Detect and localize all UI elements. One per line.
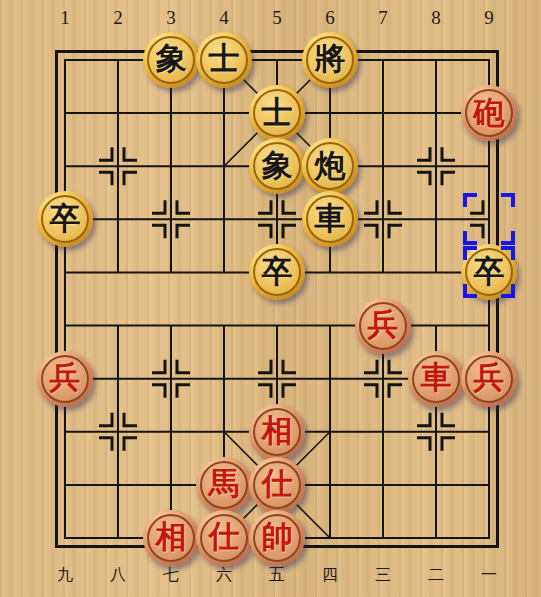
piece-glyph: 仕 — [262, 468, 293, 499]
file-label-top-3: 3 — [145, 7, 198, 29]
black-soldier-piece[interactable]: 卒 — [37, 191, 93, 247]
point-f8-r6[interactable]: 車 — [410, 352, 463, 405]
point-f6-r7[interactable] — [304, 405, 357, 458]
point-f5-r6[interactable] — [251, 352, 304, 405]
point-f3-r2[interactable] — [145, 140, 198, 193]
point-f8-r1[interactable] — [410, 87, 463, 140]
point-f2-r5[interactable] — [92, 299, 145, 352]
file-label-top-2: 2 — [92, 7, 145, 29]
file-label-bottom-1: 九 — [39, 564, 92, 586]
file-label-bottom-5: 五 — [251, 564, 304, 586]
piece-face: 帥 — [253, 514, 301, 562]
file-label-top-9: 9 — [463, 7, 516, 29]
point-f6-r1[interactable] — [304, 87, 357, 140]
point-f6-r0[interactable]: 將 — [304, 33, 357, 86]
black-soldier-piece[interactable]: 卒 — [461, 244, 517, 300]
black-cannon-piece[interactable]: 炮 — [302, 138, 358, 194]
piece-glyph: 士 — [262, 97, 293, 128]
point-f5-r2[interactable]: 象 — [251, 140, 304, 193]
black-general-piece[interactable]: 將 — [302, 32, 358, 88]
red-soldier-piece[interactable]: 兵 — [355, 298, 411, 354]
file-label-bottom-7: 三 — [357, 564, 410, 586]
xiangqi-board: 象士將士砲象炮卒車卒卒兵兵車兵相馬仕相仕帥 — [39, 33, 516, 564]
point-f5-r0[interactable] — [251, 33, 304, 86]
file-label-bottom-2: 八 — [92, 564, 145, 586]
point-f8-r5[interactable] — [410, 299, 463, 352]
point-f7-r9[interactable] — [357, 511, 410, 564]
point-f1-r8[interactable] — [39, 458, 92, 511]
piece-glyph: 砲 — [474, 97, 505, 128]
red-elephant-piece[interactable]: 相 — [143, 510, 199, 566]
piece-glyph: 相 — [156, 521, 187, 552]
point-f5-r4[interactable]: 卒 — [251, 246, 304, 299]
piece-glyph: 馬 — [209, 468, 240, 499]
point-f7-r3[interactable] — [357, 193, 410, 246]
point-f9-r1[interactable]: 砲 — [463, 87, 516, 140]
point-f8-r4[interactable] — [410, 246, 463, 299]
point-f3-r6[interactable] — [145, 352, 198, 405]
point-f8-r0[interactable] — [410, 33, 463, 86]
piece-face: 馬 — [200, 461, 248, 509]
point-f7-r1[interactable] — [357, 87, 410, 140]
black-elephant-piece[interactable]: 象 — [143, 32, 199, 88]
point-f1-r4[interactable] — [39, 246, 92, 299]
point-f2-r6[interactable] — [92, 352, 145, 405]
piece-glyph: 帥 — [262, 521, 293, 552]
point-f1-r0[interactable] — [39, 33, 92, 86]
point-f9-r9[interactable] — [463, 511, 516, 564]
point-f8-r3[interactable] — [410, 193, 463, 246]
file-label-top-7: 7 — [357, 7, 410, 29]
piece-glyph: 兵 — [368, 309, 399, 340]
piece-face: 車 — [306, 195, 354, 243]
point-f1-r5[interactable] — [39, 299, 92, 352]
piece-face: 兵 — [41, 355, 89, 403]
piece-face: 兵 — [359, 302, 407, 350]
piece-glyph: 士 — [209, 43, 240, 74]
point-f3-r8[interactable] — [145, 458, 198, 511]
piece-face: 卒 — [41, 195, 89, 243]
piece-face: 象 — [147, 36, 195, 84]
piece-glyph: 相 — [262, 415, 293, 446]
top-coordinate-labels: 123456789 — [39, 7, 516, 29]
point-f8-r8[interactable] — [410, 458, 463, 511]
point-f3-r9[interactable]: 相 — [145, 511, 198, 564]
point-f4-r0[interactable]: 士 — [198, 33, 251, 86]
piece-face: 象 — [253, 142, 301, 190]
point-f8-r9[interactable] — [410, 511, 463, 564]
file-label-bottom-8: 二 — [410, 564, 463, 586]
point-f4-r3[interactable] — [198, 193, 251, 246]
point-f5-r3[interactable] — [251, 193, 304, 246]
point-f9-r6[interactable]: 兵 — [463, 352, 516, 405]
point-f1-r7[interactable] — [39, 405, 92, 458]
point-f7-r0[interactable] — [357, 33, 410, 86]
black-advisor-piece[interactable]: 士 — [249, 85, 305, 141]
piece-face: 士 — [200, 36, 248, 84]
black-soldier-piece[interactable]: 卒 — [249, 244, 305, 300]
point-f2-r9[interactable] — [92, 511, 145, 564]
piece-face: 相 — [253, 408, 301, 456]
point-f1-r3[interactable]: 卒 — [39, 193, 92, 246]
point-f7-r2[interactable] — [357, 140, 410, 193]
black-elephant-piece[interactable]: 象 — [249, 138, 305, 194]
piece-face: 卒 — [465, 248, 513, 296]
point-f5-r7[interactable]: 相 — [251, 405, 304, 458]
point-f4-r5[interactable] — [198, 299, 251, 352]
red-elephant-piece[interactable]: 相 — [249, 404, 305, 460]
point-f7-r4[interactable] — [357, 246, 410, 299]
point-f9-r5[interactable] — [463, 299, 516, 352]
piece-glyph: 卒 — [50, 203, 81, 234]
piece-glyph: 兵 — [50, 362, 81, 393]
point-f5-r9[interactable]: 帥 — [251, 511, 304, 564]
xiangqi-app: 123456789 象士將士砲象炮卒車卒卒兵兵車兵相馬仕相仕帥 九八七六五四三二… — [0, 0, 541, 597]
point-f5-r8[interactable]: 仕 — [251, 458, 304, 511]
piece-face: 相 — [147, 514, 195, 562]
point-f9-r2[interactable] — [463, 140, 516, 193]
piece-face: 卒 — [253, 248, 301, 296]
point-f7-r7[interactable] — [357, 405, 410, 458]
point-f2-r8[interactable] — [92, 458, 145, 511]
point-f9-r8[interactable] — [463, 458, 516, 511]
point-f6-r8[interactable] — [304, 458, 357, 511]
piece-face: 仕 — [253, 461, 301, 509]
point-f4-r8[interactable]: 馬 — [198, 458, 251, 511]
point-f3-r1[interactable] — [145, 87, 198, 140]
point-f6-r3[interactable]: 車 — [304, 193, 357, 246]
point-f4-r7[interactable] — [198, 405, 251, 458]
point-f4-r9[interactable]: 仕 — [198, 511, 251, 564]
point-f3-r7[interactable] — [145, 405, 198, 458]
piece-glyph: 炮 — [315, 150, 346, 181]
red-horse-piece[interactable]: 馬 — [196, 457, 252, 513]
point-f2-r0[interactable] — [92, 33, 145, 86]
point-f1-r6[interactable]: 兵 — [39, 352, 92, 405]
file-label-top-8: 8 — [410, 7, 463, 29]
point-f6-r9[interactable] — [304, 511, 357, 564]
point-f4-r4[interactable] — [198, 246, 251, 299]
point-f1-r2[interactable] — [39, 140, 92, 193]
piece-face: 仕 — [200, 514, 248, 562]
piece-face: 炮 — [306, 142, 354, 190]
piece-glyph: 車 — [315, 203, 346, 234]
piece-face: 車 — [412, 355, 460, 403]
piece-glyph: 卒 — [262, 256, 293, 287]
piece-face: 將 — [306, 36, 354, 84]
piece-glyph: 象 — [156, 43, 187, 74]
red-advisor-piece[interactable]: 仕 — [249, 457, 305, 513]
file-label-top-4: 4 — [198, 7, 251, 29]
point-f9-r4[interactable]: 卒 — [463, 246, 516, 299]
file-label-top-1: 1 — [39, 7, 92, 29]
point-f1-r1[interactable] — [39, 87, 92, 140]
point-f4-r2[interactable] — [198, 140, 251, 193]
point-f5-r1[interactable]: 士 — [251, 87, 304, 140]
point-f9-r0[interactable] — [463, 33, 516, 86]
point-f8-r7[interactable] — [410, 405, 463, 458]
piece-face: 砲 — [465, 89, 513, 137]
black-advisor-piece[interactable]: 士 — [196, 32, 252, 88]
point-f9-r3[interactable] — [463, 193, 516, 246]
point-f7-r6[interactable] — [357, 352, 410, 405]
point-f3-r4[interactable] — [145, 246, 198, 299]
file-label-top-6: 6 — [304, 7, 357, 29]
point-f8-r2[interactable] — [410, 140, 463, 193]
point-f3-r0[interactable]: 象 — [145, 33, 198, 86]
file-label-bottom-9: 一 — [463, 564, 516, 586]
point-f1-r9[interactable] — [39, 511, 92, 564]
red-general-piece[interactable]: 帥 — [249, 510, 305, 566]
piece-glyph: 卒 — [474, 256, 505, 287]
piece-glyph: 象 — [262, 150, 293, 181]
piece-face: 兵 — [465, 355, 513, 403]
file-label-bottom-4: 六 — [198, 564, 251, 586]
point-f2-r7[interactable] — [92, 405, 145, 458]
piece-glyph: 車 — [421, 362, 452, 393]
point-f7-r8[interactable] — [357, 458, 410, 511]
last-move-marker-from — [463, 193, 515, 245]
point-f2-r1[interactable] — [92, 87, 145, 140]
point-f6-r2[interactable]: 炮 — [304, 140, 357, 193]
point-f3-r3[interactable] — [145, 193, 198, 246]
red-soldier-piece[interactable]: 兵 — [37, 351, 93, 407]
file-label-bottom-3: 七 — [145, 564, 198, 586]
bottom-coordinate-labels: 九八七六五四三二一 — [39, 564, 516, 586]
point-f9-r7[interactable] — [463, 405, 516, 458]
piece-glyph: 仕 — [209, 521, 240, 552]
file-label-bottom-6: 四 — [304, 564, 357, 586]
black-chariot-piece[interactable]: 車 — [302, 191, 358, 247]
point-f2-r2[interactable] — [92, 140, 145, 193]
point-f7-r5[interactable]: 兵 — [357, 299, 410, 352]
point-f4-r1[interactable] — [198, 87, 251, 140]
point-f4-r6[interactable] — [198, 352, 251, 405]
red-advisor-piece[interactable]: 仕 — [196, 510, 252, 566]
point-f3-r5[interactable] — [145, 299, 198, 352]
point-f6-r6[interactable] — [304, 352, 357, 405]
piece-face: 士 — [253, 89, 301, 137]
red-chariot-piece[interactable]: 車 — [408, 351, 464, 407]
point-f6-r5[interactable] — [304, 299, 357, 352]
point-f2-r3[interactable] — [92, 193, 145, 246]
red-cannon-piece[interactable]: 砲 — [461, 85, 517, 141]
red-soldier-piece[interactable]: 兵 — [461, 351, 517, 407]
point-f6-r4[interactable] — [304, 246, 357, 299]
file-label-top-5: 5 — [251, 7, 304, 29]
point-f5-r5[interactable] — [251, 299, 304, 352]
piece-glyph: 兵 — [474, 362, 505, 393]
point-f2-r4[interactable] — [92, 246, 145, 299]
piece-glyph: 將 — [315, 43, 346, 74]
